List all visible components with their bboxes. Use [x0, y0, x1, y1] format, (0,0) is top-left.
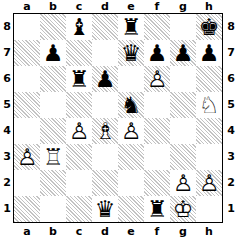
- square-e1[interactable]: [118, 196, 144, 222]
- black-rook: ♜: [66, 66, 92, 92]
- file-label-bottom-f: f: [144, 225, 170, 238]
- piece-outline: ♘: [199, 94, 220, 117]
- piece-outline: ♙: [17, 146, 38, 169]
- rank-label-right-1: 1: [224, 196, 238, 222]
- white-knight: ♞♘: [196, 92, 222, 118]
- black-king: ♚: [196, 14, 222, 40]
- square-a7[interactable]: [14, 40, 40, 66]
- black-pawn: ♟: [196, 40, 222, 66]
- square-h6[interactable]: [196, 66, 222, 92]
- square-g4[interactable]: [170, 118, 196, 144]
- square-f7[interactable]: ♟: [144, 40, 170, 66]
- square-h3[interactable]: [196, 144, 222, 170]
- square-f5[interactable]: [144, 92, 170, 118]
- file-label-top-d: d: [92, 0, 118, 13]
- rank-label-left-5: 5: [0, 92, 14, 118]
- black-knight: ♞: [118, 92, 144, 118]
- rank-label-left-8: 8: [0, 14, 14, 40]
- square-h7[interactable]: ♟: [196, 40, 222, 66]
- square-h4[interactable]: [196, 118, 222, 144]
- square-a3[interactable]: ♟♙: [14, 144, 40, 170]
- piece-outline: ♙: [121, 120, 142, 143]
- square-f2[interactable]: [144, 170, 170, 196]
- square-a5[interactable]: [14, 92, 40, 118]
- square-a6[interactable]: [14, 66, 40, 92]
- square-e3[interactable]: [118, 144, 144, 170]
- square-d1[interactable]: ♛: [92, 196, 118, 222]
- file-label-bottom-a: a: [14, 225, 40, 238]
- black-pawn: ♟: [170, 40, 196, 66]
- file-label-top-h: h: [196, 0, 222, 13]
- square-g1[interactable]: ♚♔: [170, 196, 196, 222]
- square-c6[interactable]: ♜: [66, 66, 92, 92]
- square-f6[interactable]: ♟♙: [144, 66, 170, 92]
- black-rook: ♜: [144, 196, 170, 222]
- square-d6[interactable]: ♟: [92, 66, 118, 92]
- rank-label-right-4: 4: [224, 118, 238, 144]
- file-label-bottom-c: c: [66, 225, 92, 238]
- square-f8[interactable]: [144, 14, 170, 40]
- black-queen: ♛: [92, 196, 118, 222]
- square-e5[interactable]: ♞: [118, 92, 144, 118]
- square-f4[interactable]: [144, 118, 170, 144]
- black-pawn: ♟: [40, 40, 66, 66]
- file-label-top-c: c: [66, 0, 92, 13]
- rank-label-left-2: 2: [0, 170, 14, 196]
- file-label-top-b: b: [40, 0, 66, 13]
- square-d7[interactable]: [92, 40, 118, 66]
- square-c1[interactable]: [66, 196, 92, 222]
- file-label-bottom-d: d: [92, 225, 118, 238]
- square-b2[interactable]: [40, 170, 66, 196]
- square-d2[interactable]: [92, 170, 118, 196]
- square-c8[interactable]: ♝: [66, 14, 92, 40]
- piece-outline: ♖: [43, 146, 64, 169]
- rank-label-right-7: 7: [224, 40, 238, 66]
- square-a4[interactable]: [14, 118, 40, 144]
- white-pawn: ♟♙: [170, 170, 196, 196]
- square-b7[interactable]: ♟: [40, 40, 66, 66]
- square-c7[interactable]: [66, 40, 92, 66]
- file-label-bottom-h: h: [196, 225, 222, 238]
- square-h5[interactable]: ♞♘: [196, 92, 222, 118]
- square-g6[interactable]: [170, 66, 196, 92]
- piece-outline: ♙: [147, 68, 168, 91]
- file-label-top-e: e: [118, 0, 144, 13]
- square-b5[interactable]: [40, 92, 66, 118]
- square-d3[interactable]: [92, 144, 118, 170]
- white-pawn: ♟♙: [144, 66, 170, 92]
- black-queen: ♛: [118, 40, 144, 66]
- square-f1[interactable]: ♜: [144, 196, 170, 222]
- rank-label-left-1: 1: [0, 196, 14, 222]
- file-label-top-g: g: [170, 0, 196, 13]
- square-a8[interactable]: [14, 14, 40, 40]
- square-d5[interactable]: [92, 92, 118, 118]
- square-h8[interactable]: ♚: [196, 14, 222, 40]
- rank-label-left-6: 6: [0, 66, 14, 92]
- file-label-bottom-g: g: [170, 225, 196, 238]
- rank-label-left-3: 3: [0, 144, 14, 170]
- square-b4[interactable]: [40, 118, 66, 144]
- square-g2[interactable]: ♟♙: [170, 170, 196, 196]
- piece-outline: ♗: [95, 120, 116, 143]
- rank-label-right-2: 2: [224, 170, 238, 196]
- square-b1[interactable]: [40, 196, 66, 222]
- piece-outline: ♙: [69, 120, 90, 143]
- white-pawn: ♟♙: [196, 170, 222, 196]
- square-g8[interactable]: [170, 14, 196, 40]
- piece-outline: ♙: [199, 172, 220, 195]
- black-pawn: ♟: [92, 66, 118, 92]
- square-e8[interactable]: ♜: [118, 14, 144, 40]
- file-label-top-a: a: [14, 0, 40, 13]
- black-rook: ♜: [118, 14, 144, 40]
- white-king: ♚♔: [170, 196, 196, 222]
- square-f3[interactable]: [144, 144, 170, 170]
- square-d4[interactable]: ♝♗: [92, 118, 118, 144]
- chess-diagram: ♝♜♚♟♛♟♟♟♜♟♟♙♞♞♘♟♙♝♗♟♙♟♙♜♖♟♙♟♙♛♜♚♔ aabbcc…: [0, 0, 240, 240]
- white-pawn: ♟♙: [66, 118, 92, 144]
- square-g3[interactable]: [170, 144, 196, 170]
- rank-label-right-8: 8: [224, 14, 238, 40]
- file-label-top-f: f: [144, 0, 170, 13]
- square-h2[interactable]: ♟♙: [196, 170, 222, 196]
- file-label-bottom-b: b: [40, 225, 66, 238]
- square-d8[interactable]: [92, 14, 118, 40]
- piece-outline: ♙: [173, 172, 194, 195]
- square-c5[interactable]: [66, 92, 92, 118]
- rank-label-right-3: 3: [224, 144, 238, 170]
- black-bishop: ♝: [66, 14, 92, 40]
- square-c4[interactable]: ♟♙: [66, 118, 92, 144]
- square-g7[interactable]: ♟: [170, 40, 196, 66]
- board: ♝♜♚♟♛♟♟♟♜♟♟♙♞♞♘♟♙♝♗♟♙♟♙♜♖♟♙♟♙♛♜♚♔: [13, 13, 223, 223]
- square-a1[interactable]: [14, 196, 40, 222]
- black-pawn: ♟: [144, 40, 170, 66]
- square-e4[interactable]: ♟♙: [118, 118, 144, 144]
- white-bishop: ♝♗: [92, 118, 118, 144]
- square-e2[interactable]: [118, 170, 144, 196]
- square-e7[interactable]: ♛: [118, 40, 144, 66]
- white-pawn: ♟♙: [14, 144, 40, 170]
- square-b8[interactable]: [40, 14, 66, 40]
- square-c2[interactable]: [66, 170, 92, 196]
- rank-label-left-4: 4: [0, 118, 14, 144]
- rank-label-right-5: 5: [224, 92, 238, 118]
- file-label-bottom-e: e: [118, 225, 144, 238]
- square-e6[interactable]: [118, 66, 144, 92]
- white-rook: ♜♖: [40, 144, 66, 170]
- square-g5[interactable]: [170, 92, 196, 118]
- rank-label-left-7: 7: [0, 40, 14, 66]
- rank-label-right-6: 6: [224, 66, 238, 92]
- square-b6[interactable]: [40, 66, 66, 92]
- square-c3[interactable]: [66, 144, 92, 170]
- white-pawn: ♟♙: [118, 118, 144, 144]
- square-b3[interactable]: ♜♖: [40, 144, 66, 170]
- piece-outline: ♔: [173, 198, 194, 221]
- square-a2[interactable]: [14, 170, 40, 196]
- square-h1[interactable]: [196, 196, 222, 222]
